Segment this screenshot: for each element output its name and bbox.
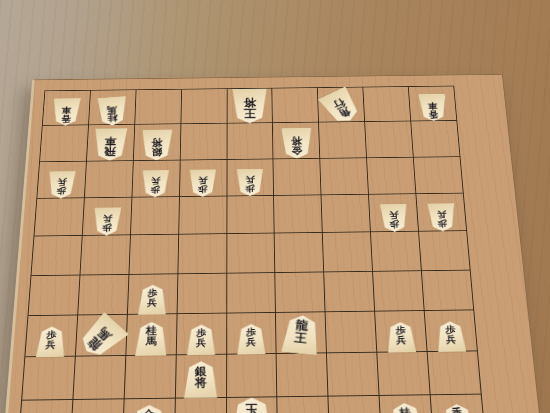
square-4i[interactable]	[278, 396, 330, 413]
piece-kanji: 龍馬	[85, 326, 113, 352]
square-3d[interactable]	[322, 195, 370, 233]
square-8f[interactable]	[78, 275, 128, 315]
square-1a[interactable]: 香車	[409, 86, 457, 120]
piece-kanji: 歩兵	[46, 330, 57, 349]
piece-gote-lance-9a[interactable]: 香車	[51, 99, 80, 126]
square-3e[interactable]	[323, 233, 372, 272]
square-3f[interactable]	[324, 271, 374, 311]
square-2h[interactable]	[378, 352, 430, 394]
square-4f[interactable]	[276, 272, 325, 312]
piece-gote-pawn-2d[interactable]: 歩兵	[379, 204, 408, 232]
square-9i[interactable]	[19, 400, 72, 413]
square-2g[interactable]: 歩兵	[375, 311, 426, 352]
piece-gote-pawn-8d[interactable]: 歩兵	[92, 208, 121, 236]
piece-gote-rook-8b[interactable]: 飛車	[93, 128, 128, 161]
square-5i[interactable]: 玉将	[227, 397, 278, 413]
square-8g[interactable]: 龍馬	[76, 315, 127, 356]
square-5h[interactable]	[227, 354, 277, 396]
piece-gote-pawn-1d[interactable]: 歩兵	[427, 204, 456, 232]
square-5e[interactable]	[227, 234, 275, 273]
square-3a[interactable]: 角行	[318, 87, 364, 122]
piece-gote-bishop-leaning-3a[interactable]: 角行	[318, 86, 365, 127]
square-6h[interactable]: 銀将	[176, 355, 226, 397]
piece-kanji: 金将	[142, 409, 155, 413]
square-7e[interactable]	[129, 235, 178, 274]
piece-kanji: 金将	[291, 136, 302, 155]
square-4d[interactable]	[274, 195, 322, 233]
square-7i[interactable]: 金将	[123, 398, 175, 413]
square-2b[interactable]	[365, 122, 413, 157]
piece-sente-pawn-2g[interactable]: 歩兵	[386, 322, 416, 353]
square-3h[interactable]	[327, 353, 378, 395]
piece-kanji: 歩兵	[196, 328, 206, 347]
piece-kanji: 桂馬	[145, 326, 157, 347]
square-8a[interactable]: 桂馬	[89, 90, 136, 125]
piece-kanji: 歩兵	[198, 176, 208, 193]
piece-sente-gold-7i[interactable]: 金将	[131, 405, 166, 413]
piece-sente-pawn-5g[interactable]: 歩兵	[237, 324, 266, 355]
square-7g[interactable]: 桂馬	[126, 314, 176, 355]
square-5b[interactable]	[227, 123, 273, 159]
photo-scene: 香車桂馬王将角行香車飛車銀将金将歩兵歩兵歩兵歩兵歩兵歩兵歩兵歩兵歩兵龍馬桂馬歩兵…	[0, 0, 550, 413]
square-3c[interactable]	[321, 158, 369, 195]
piece-kanji: 銀将	[151, 138, 162, 157]
piece-gote-knight-8a[interactable]: 桂馬	[97, 96, 127, 126]
square-6d[interactable]	[179, 196, 226, 234]
piece-kanji: 歩兵	[246, 328, 256, 347]
square-6e[interactable]	[178, 234, 226, 273]
piece-kanji: 歩兵	[245, 176, 255, 193]
square-9d[interactable]	[34, 198, 83, 236]
square-5a[interactable]: 王将	[227, 89, 272, 124]
square-6b[interactable]	[180, 124, 226, 160]
square-9e[interactable]	[32, 236, 82, 275]
piece-kanji: 歩兵	[389, 211, 400, 228]
piece-kanji: 歩兵	[102, 215, 112, 233]
square-4b[interactable]: 金将	[273, 123, 319, 159]
board-grid: 香車桂馬王将角行香車飛車銀将金将歩兵歩兵歩兵歩兵歩兵歩兵歩兵歩兵歩兵龍馬桂馬歩兵…	[18, 86, 486, 413]
square-5c[interactable]: 歩兵	[227, 159, 273, 196]
square-3g[interactable]	[326, 312, 377, 353]
piece-sente-pawn-7f[interactable]: 歩兵	[138, 285, 167, 315]
square-1h[interactable]	[428, 352, 481, 394]
piece-kanji: 香車	[61, 106, 72, 123]
square-5f[interactable]	[227, 273, 276, 313]
square-7a[interactable]	[135, 90, 181, 125]
piece-kanji: 香車	[451, 408, 464, 413]
square-9c[interactable]: 歩兵	[37, 161, 86, 198]
square-1g[interactable]: 歩兵	[425, 310, 477, 351]
square-5d[interactable]	[227, 196, 274, 234]
square-1e[interactable]	[419, 231, 469, 270]
piece-kanji: 香車	[427, 101, 438, 118]
piece-kanji: 歩兵	[151, 177, 161, 194]
square-1f[interactable]	[422, 270, 473, 310]
square-2d[interactable]: 歩兵	[369, 194, 418, 232]
piece-kanji: 龍王	[294, 319, 309, 344]
square-5g[interactable]: 歩兵	[227, 313, 276, 354]
piece-kanji: 歩兵	[56, 178, 67, 195]
piece-kanji: 角行	[332, 97, 353, 119]
piece-sente-pawn-1g[interactable]: 歩兵	[436, 321, 467, 352]
square-6f[interactable]	[177, 273, 226, 313]
square-7h[interactable]	[124, 356, 175, 398]
piece-sente-pawn-6g[interactable]: 歩兵	[187, 325, 216, 356]
square-7f[interactable]: 歩兵	[128, 274, 177, 314]
piece-sente-silver-6h[interactable]: 銀将	[184, 361, 218, 398]
piece-sente-knight-2i[interactable]: 桂馬	[388, 402, 425, 413]
square-2f[interactable]	[373, 271, 424, 311]
piece-kanji: 歩兵	[396, 326, 407, 345]
square-7c[interactable]: 歩兵	[132, 160, 179, 197]
piece-sente-promoted-bishop-horse-askew-8g[interactable]: 龍馬	[74, 312, 129, 363]
piece-gote-king-5a[interactable]: 王将	[232, 89, 268, 124]
piece-kanji: 桂馬	[107, 104, 118, 122]
piece-kanji: 歩兵	[436, 211, 447, 228]
piece-gote-lance-1a[interactable]: 香車	[418, 94, 448, 121]
piece-gote-pawn-9c[interactable]: 歩兵	[47, 171, 76, 199]
square-4a[interactable]	[273, 88, 319, 123]
square-2c[interactable]	[367, 157, 415, 194]
square-6c[interactable]: 歩兵	[180, 160, 227, 197]
piece-kanji: 玉将	[245, 403, 259, 413]
square-6g[interactable]: 歩兵	[176, 313, 225, 354]
square-9h[interactable]	[22, 357, 75, 399]
square-9f[interactable]	[28, 275, 79, 315]
square-4h[interactable]	[277, 354, 328, 396]
square-8h[interactable]	[73, 356, 125, 398]
piece-kanji: 銀将	[195, 366, 207, 389]
square-6i[interactable]	[175, 398, 226, 413]
piece-gote-gold-4b[interactable]: 金将	[281, 128, 313, 159]
square-1c[interactable]	[414, 157, 463, 193]
piece-sente-knight-7g[interactable]: 桂馬	[135, 322, 168, 356]
square-1b[interactable]	[411, 121, 459, 156]
square-7d[interactable]	[131, 197, 179, 235]
piece-sente-king-5i[interactable]: 玉将	[232, 397, 272, 413]
square-1i[interactable]: 香車	[431, 394, 485, 413]
piece-gote-silver-7b[interactable]: 銀将	[141, 130, 173, 161]
piece-kanji: 歩兵	[147, 288, 157, 307]
piece-kanji: 歩兵	[445, 325, 456, 344]
square-2i[interactable]: 桂馬	[380, 395, 433, 413]
square-2e[interactable]	[371, 232, 421, 271]
square-3b[interactable]	[319, 122, 366, 157]
square-9g[interactable]: 歩兵	[25, 315, 77, 356]
square-6a[interactable]	[181, 89, 226, 124]
shogi-board: 香車桂馬王将角行香車飛車銀将金将歩兵歩兵歩兵歩兵歩兵歩兵歩兵歩兵歩兵龍馬桂馬歩兵…	[1, 74, 544, 413]
piece-sente-promoted-rook-dragon-4g[interactable]: 龍王	[281, 314, 321, 356]
square-1d[interactable]: 歩兵	[416, 194, 466, 232]
square-4e[interactable]	[275, 233, 323, 272]
piece-gote-pawn-6c[interactable]: 歩兵	[189, 169, 216, 196]
square-8d[interactable]: 歩兵	[83, 198, 132, 236]
square-8b[interactable]: 飛車	[87, 125, 134, 161]
square-4g[interactable]: 龍王	[276, 312, 326, 353]
piece-gote-pawn-7c[interactable]: 歩兵	[142, 170, 170, 197]
piece-kanji: 桂馬	[399, 407, 413, 413]
square-9a[interactable]: 香車	[43, 91, 90, 126]
square-8e[interactable]	[80, 236, 129, 275]
square-3i[interactable]	[329, 396, 381, 413]
square-8c[interactable]	[85, 161, 133, 198]
piece-sente-pawn-9g[interactable]: 歩兵	[36, 326, 67, 357]
piece-kanji: 王将	[243, 98, 256, 120]
piece-kanji: 飛車	[104, 137, 117, 157]
square-8i[interactable]	[71, 399, 124, 413]
piece-sente-lance-1i[interactable]: 香車	[441, 404, 475, 413]
square-2a[interactable]	[363, 87, 410, 122]
square-7b[interactable]: 銀将	[134, 124, 181, 160]
square-9b[interactable]	[40, 125, 88, 161]
square-4c[interactable]	[274, 158, 321, 195]
piece-gote-pawn-5c[interactable]: 歩兵	[237, 169, 264, 196]
board-perspective-wrapper: 香車桂馬王将角行香車飛車銀将金将歩兵歩兵歩兵歩兵歩兵歩兵歩兵歩兵歩兵龍馬桂馬歩兵…	[1, 74, 544, 413]
